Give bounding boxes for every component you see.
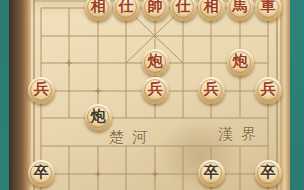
piece-red-soldier[interactable]: 兵 bbox=[142, 77, 169, 104]
piece-red-advisor[interactable]: 仕 bbox=[113, 0, 140, 21]
piece-glyph: 相 bbox=[204, 0, 219, 13]
piece-glyph: 炮 bbox=[233, 53, 248, 68]
board-edge-left bbox=[9, 0, 31, 190]
board[interactable]: 楚河 漢界 相仕帥仕相馬車炮炮兵兵兵兵炮卒卒卒 bbox=[31, 0, 280, 190]
piece-red-soldier[interactable]: 兵 bbox=[28, 77, 55, 104]
piece-red-soldier[interactable]: 兵 bbox=[198, 77, 225, 104]
piece-glyph: 帥 bbox=[148, 0, 163, 13]
piece-glyph: 兵 bbox=[261, 81, 276, 96]
piece-glyph: 卒 bbox=[261, 164, 276, 179]
point-marker bbox=[94, 170, 102, 178]
piece-glyph: 炮 bbox=[148, 53, 163, 68]
point-marker bbox=[65, 59, 73, 67]
piece-glyph: 仕 bbox=[176, 0, 191, 13]
piece-red-horse[interactable]: 馬 bbox=[227, 0, 254, 21]
piece-glyph: 馬 bbox=[233, 0, 248, 13]
piece-glyph: 兵 bbox=[204, 81, 219, 96]
piece-red-chariot[interactable]: 車 bbox=[255, 0, 282, 21]
piece-black-soldier[interactable]: 卒 bbox=[255, 160, 282, 187]
piece-glyph: 兵 bbox=[34, 81, 49, 96]
piece-glyph: 相 bbox=[91, 0, 106, 13]
piece-red-elephant[interactable]: 相 bbox=[85, 0, 112, 21]
piece-black-soldier[interactable]: 卒 bbox=[198, 160, 225, 187]
piece-glyph: 仕 bbox=[119, 0, 134, 13]
letterbox-right bbox=[290, 0, 304, 190]
river-label-left: 楚河 bbox=[109, 128, 155, 147]
point-marker bbox=[94, 87, 102, 95]
piece-red-cannon[interactable]: 炮 bbox=[227, 49, 254, 76]
piece-glyph: 卒 bbox=[34, 164, 49, 179]
piece-red-soldier[interactable]: 兵 bbox=[255, 77, 282, 104]
piece-glyph: 卒 bbox=[204, 164, 219, 179]
river-label-right: 漢界 bbox=[218, 125, 264, 144]
piece-red-general[interactable]: 帥 bbox=[142, 0, 169, 21]
piece-black-cannon[interactable]: 炮 bbox=[85, 104, 112, 131]
piece-red-advisor[interactable]: 仕 bbox=[170, 0, 197, 21]
piece-black-soldier[interactable]: 卒 bbox=[28, 160, 55, 187]
board-edge-right bbox=[280, 0, 290, 190]
xiangqi-game-screen: 楚河 漢界 相仕帥仕相馬車炮炮兵兵兵兵炮卒卒卒 bbox=[0, 0, 304, 190]
piece-glyph: 炮 bbox=[91, 108, 106, 123]
letterbox-left bbox=[0, 0, 9, 190]
piece-glyph: 車 bbox=[261, 0, 276, 13]
piece-red-cannon[interactable]: 炮 bbox=[142, 49, 169, 76]
point-marker bbox=[151, 170, 159, 178]
piece-glyph: 兵 bbox=[148, 81, 163, 96]
piece-red-elephant[interactable]: 相 bbox=[198, 0, 225, 21]
